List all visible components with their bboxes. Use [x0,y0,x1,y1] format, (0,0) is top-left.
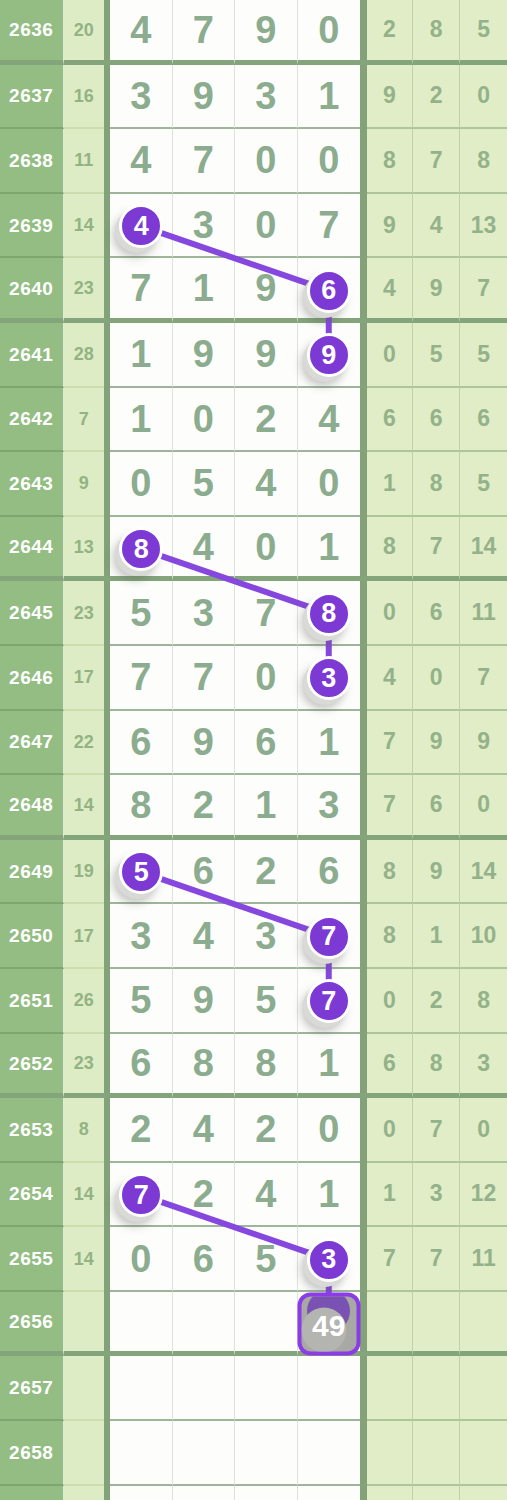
sum-cell: 16 [64,65,105,130]
digit-cell: 0 [235,194,298,259]
draw-row-2647: 2647226961799 [0,711,507,776]
draw-id-cell: 2641 [0,323,64,388]
trend-circle[interactable]: 5 [119,850,163,894]
digit-cell: 0 [298,0,361,65]
trend-circle[interactable]: 8 [307,592,351,636]
digit-cell[interactable] [110,1356,173,1421]
digit-cell: 7 [173,129,236,194]
stat-cell: 5 [413,323,460,388]
stat-cell: 6 [413,775,460,840]
digit-cell: 0 [298,452,361,517]
stat-cell [413,1486,460,1500]
digit-cell: 5 [110,581,173,646]
digit-cell [235,1486,298,1500]
stat-cell: 2 [367,0,414,65]
draw-id-cell: 2637 [0,65,64,130]
digit-cell[interactable] [298,1356,361,1421]
sum-cell: 23 [64,258,105,323]
stat-cell: 6 [413,581,460,646]
trend-circle[interactable]: 8 [119,527,163,571]
draw-row-2636: 2636204790285 [0,0,507,65]
draw-row-2650: 2650173438110 [0,904,507,969]
digit-cell: 5 [235,969,298,1034]
draw-row-2643: 264390540185 [0,452,507,517]
digit-cell: 8 [173,1034,236,1099]
digit-cell: 0 [235,129,298,194]
draw-row-2642: 264271024666 [0,388,507,453]
stat-cell: 6 [413,388,460,453]
digit-cell [173,1486,236,1500]
stat-cell: 4 [367,646,414,711]
digit-cell: 9 [235,258,298,323]
sum-cell: 13 [64,517,105,582]
digit-cell[interactable] [173,1421,236,1486]
sum-cell: 11 [64,129,105,194]
stat-cell: 5 [460,452,507,517]
sum-cell [64,1356,105,1421]
partial-next-row [0,1486,507,1500]
digit-cell: 4 [173,904,236,969]
digit-cell: 7 [110,258,173,323]
stat-cell: 14 [460,840,507,905]
stat-cell [460,1356,507,1421]
stat-cell: 9 [367,65,414,130]
sum-cell: 28 [64,323,105,388]
trend-circle[interactable]: 6 [307,269,351,313]
stat-cell [460,1292,507,1357]
sum-cell: 14 [64,1163,105,1228]
digit-cell [298,1486,361,1500]
draw-id-cell: 2653 [0,1098,64,1163]
stat-cell: 3 [413,1163,460,1228]
digit-cell: 8 [235,1034,298,1099]
draw-row-2653: 265382420070 [0,1098,507,1163]
draw-row-2649: 2649196268914 [0,840,507,905]
stat-cell: 1 [367,452,414,517]
digit-cell: 3 [173,194,236,259]
digit-cell [110,1486,173,1500]
sum-cell: 17 [64,646,105,711]
stat-cell: 8 [413,0,460,65]
stat-cell: 0 [460,1098,507,1163]
digit-cell: 9 [173,323,236,388]
digit-cell[interactable] [110,1292,173,1357]
stat-cell: 8 [413,452,460,517]
digit-cell[interactable] [235,1421,298,1486]
stat-cell: 8 [367,517,414,582]
digit-cell: 1 [235,775,298,840]
stat-cell: 7 [460,258,507,323]
draw-row-2637: 2637163931920 [0,65,507,130]
trend-circle[interactable]: 7 [307,979,351,1023]
stat-cell: 7 [367,775,414,840]
sum-cell [64,1292,105,1357]
sum-cell: 14 [64,775,105,840]
stat-cell: 8 [367,904,414,969]
draw-id-cell: 2646 [0,646,64,711]
draw-row-2640: 264023719497 [0,258,507,323]
stat-cell: 1 [413,904,460,969]
digit-cell: 1 [298,711,361,776]
digit-cell: 9 [173,969,236,1034]
stat-cell [413,1421,460,1486]
draw-id-cell: 2645 [0,581,64,646]
draw-row-2656: 2656 [0,1292,507,1357]
draw-id-cell: 2636 [0,0,64,65]
digit-cell[interactable] [298,1421,361,1486]
draw-id-cell: 2657 [0,1356,64,1421]
digit-cell: 8 [110,775,173,840]
digit-cell: 2 [235,388,298,453]
digit-cell: 0 [298,1098,361,1163]
stat-cell: 6 [367,1034,414,1099]
stat-cell: 1 [367,1163,414,1228]
digit-cell: 3 [173,581,236,646]
draw-row-2654: 2654142411312 [0,1163,507,1228]
digit-cell: 0 [235,646,298,711]
digit-cell[interactable] [235,1292,298,1357]
sum-cell: 14 [64,194,105,259]
stat-cell: 0 [413,646,460,711]
stat-cell [460,1421,507,1486]
sum-cell: 17 [64,904,105,969]
draw-row-2645: 2645235370611 [0,581,507,646]
stat-cell: 6 [367,388,414,453]
stat-cell: 14 [460,517,507,582]
pending-pick-value: 49 [301,1297,356,1352]
draw-id-cell: 2655 [0,1227,64,1292]
digit-cell: 4 [110,0,173,65]
stat-cell: 0 [460,775,507,840]
draw-row-2646: 264617770407 [0,646,507,711]
stat-cell [460,1486,507,1500]
stat-cell [367,1486,414,1500]
digit-cell: 7 [173,0,236,65]
sum-cell [64,1486,105,1500]
trend-circle[interactable]: 3 [307,1238,351,1282]
digit-cell: 0 [298,129,361,194]
stat-cell [413,1356,460,1421]
sum-cell: 7 [64,388,105,453]
pending-pick-box[interactable]: 49 [297,1293,360,1356]
draw-row-2638: 2638114700878 [0,129,507,194]
stat-cell: 8 [460,129,507,194]
sum-cell: 9 [64,452,105,517]
sum-cell: 26 [64,969,105,1034]
draw-row-2658: 2658 [0,1421,507,1486]
digit-cell: 1 [110,388,173,453]
digit-cell[interactable] [110,1421,173,1486]
draw-id-cell: 2647 [0,711,64,776]
lottery-trend-chart: 2636204790285263716393192026381147008782… [0,0,507,1500]
stat-cell: 4 [367,258,414,323]
trend-circle[interactable]: 9 [307,333,351,377]
draw-id-cell: 2650 [0,904,64,969]
digit-cell: 5 [173,452,236,517]
draw-row-2639: 2639143079413 [0,194,507,259]
digit-cell: 6 [110,1034,173,1099]
digit-cell: 0 [235,517,298,582]
stat-cell: 0 [460,65,507,130]
digit-cell: 1 [298,1163,361,1228]
trend-circle[interactable]: 7 [119,1173,163,1217]
trend-circle[interactable]: 7 [307,915,351,959]
stat-cell: 8 [460,969,507,1034]
digit-cell: 6 [173,1227,236,1292]
draw-row-2648: 2648148213760 [0,775,507,840]
draw-id-cell: 2639 [0,194,64,259]
stat-cell: 0 [367,323,414,388]
stat-cell: 10 [460,904,507,969]
draw-row-2652: 2652236881683 [0,1034,507,1099]
digit-cell: 6 [110,711,173,776]
digit-cell: 0 [110,452,173,517]
sum-cell: 20 [64,0,105,65]
draw-row-2641: 264128199055 [0,323,507,388]
stat-cell: 7 [367,1227,414,1292]
sum-cell: 23 [64,581,105,646]
stat-cell: 7 [413,1227,460,1292]
stat-cell: 9 [460,711,507,776]
stat-cell: 8 [367,129,414,194]
digit-cell: 7 [235,581,298,646]
digit-cell: 5 [235,1227,298,1292]
draw-id-cell: 2638 [0,129,64,194]
draw-id-cell: 2640 [0,258,64,323]
stat-cell: 0 [367,969,414,1034]
stat-cell: 7 [413,517,460,582]
draw-id-cell [0,1486,64,1500]
digit-cell: 1 [298,1034,361,1099]
digit-cell: 0 [110,1227,173,1292]
draw-row-2657: 2657 [0,1356,507,1421]
sum-cell: 23 [64,1034,105,1099]
digit-cell: 2 [173,1163,236,1228]
stat-cell: 9 [413,840,460,905]
digit-cell: 2 [235,1098,298,1163]
stat-cell: 9 [413,711,460,776]
digit-cell: 2 [110,1098,173,1163]
stat-cell: 5 [460,323,507,388]
draw-id-cell: 2649 [0,840,64,905]
digit-cell[interactable] [173,1292,236,1357]
sum-cell [64,1421,105,1486]
digit-cell[interactable] [173,1356,236,1421]
digit-cell: 1 [173,258,236,323]
digit-cell: 3 [110,65,173,130]
stat-cell: 11 [460,1227,507,1292]
digit-cell: 1 [110,323,173,388]
stat-cell: 9 [413,258,460,323]
digit-cell: 7 [173,646,236,711]
stat-cell: 12 [460,1163,507,1228]
digit-cell: 5 [110,969,173,1034]
stat-cell: 7 [460,646,507,711]
draw-id-cell: 2658 [0,1421,64,1486]
draw-id-cell: 2644 [0,517,64,582]
stat-cell [367,1421,414,1486]
digit-cell[interactable] [235,1356,298,1421]
digit-cell: 9 [235,0,298,65]
digit-cell: 4 [235,1163,298,1228]
digit-cell: 4 [173,517,236,582]
stat-cell [367,1292,414,1357]
digit-cell: 1 [298,65,361,130]
stat-cell: 6 [460,388,507,453]
sum-cell: 22 [64,711,105,776]
draw-id-cell: 2643 [0,452,64,517]
stat-cell: 5 [460,0,507,65]
stat-cell: 7 [367,711,414,776]
digit-cell: 4 [298,388,361,453]
digit-cell: 9 [173,711,236,776]
digit-cell: 3 [235,904,298,969]
digit-cell: 7 [110,646,173,711]
draw-id-cell: 2654 [0,1163,64,1228]
stat-cell: 2 [413,65,460,130]
digit-cell: 6 [298,840,361,905]
digit-cell: 2 [173,775,236,840]
trend-circle[interactable]: 3 [307,656,351,700]
stat-cell: 13 [460,194,507,259]
digit-cell: 9 [173,65,236,130]
stat-cell [367,1356,414,1421]
digit-cell: 6 [173,840,236,905]
stat-cell: 7 [413,129,460,194]
digit-cell: 7 [298,194,361,259]
sum-cell: 19 [64,840,105,905]
stat-cell: 0 [367,581,414,646]
digit-cell: 3 [110,904,173,969]
digit-cell: 1 [298,517,361,582]
draw-id-cell: 2652 [0,1034,64,1099]
digit-cell: 2 [235,840,298,905]
draw-id-cell: 2642 [0,388,64,453]
stat-cell: 9 [367,194,414,259]
draw-id-cell: 2656 [0,1292,64,1357]
digit-cell: 6 [235,711,298,776]
sum-cell: 14 [64,1227,105,1292]
stat-cell: 11 [460,581,507,646]
stat-cell: 8 [367,840,414,905]
stat-cell: 0 [367,1098,414,1163]
stat-cell: 3 [460,1034,507,1099]
digit-cell: 3 [235,65,298,130]
stat-cell: 2 [413,969,460,1034]
sum-cell: 8 [64,1098,105,1163]
digit-cell: 4 [173,1098,236,1163]
draw-id-cell: 2651 [0,969,64,1034]
draw-row-2644: 2644134018714 [0,517,507,582]
digit-cell: 9 [235,323,298,388]
stat-cell: 8 [413,1034,460,1099]
draw-history-table: 2636204790285263716393192026381147008782… [0,0,507,1500]
digit-cell: 0 [173,388,236,453]
digit-cell: 3 [298,775,361,840]
stat-cell: 4 [413,194,460,259]
trend-circle[interactable]: 4 [119,204,163,248]
draw-row-2655: 2655140657711 [0,1227,507,1292]
digit-cell: 4 [110,129,173,194]
digit-cell: 4 [235,452,298,517]
stat-cell [413,1292,460,1357]
draw-id-cell: 2648 [0,775,64,840]
stat-cell: 7 [413,1098,460,1163]
draw-row-2651: 265126595028 [0,969,507,1034]
